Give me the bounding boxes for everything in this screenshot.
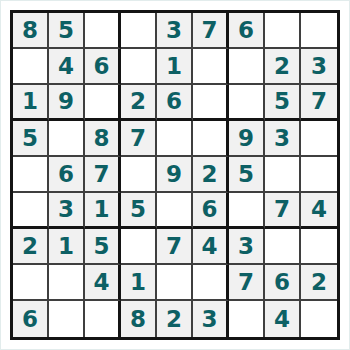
cell-r2c4[interactable] [121, 49, 157, 85]
cell-r9c6[interactable]: 3 [193, 301, 229, 337]
cell-r2c1[interactable] [13, 49, 49, 85]
cell-r4c7[interactable]: 9 [229, 121, 265, 157]
cell-r6c6[interactable]: 6 [193, 193, 229, 229]
cell-r4c6[interactable] [193, 121, 229, 157]
cell-r4c2[interactable] [49, 121, 85, 157]
cell-r9c9[interactable] [301, 301, 337, 337]
cell-r1c3[interactable] [85, 13, 121, 49]
cell-r7c2[interactable]: 1 [49, 229, 85, 265]
cell-r2c6[interactable] [193, 49, 229, 85]
cell-r5c6[interactable]: 2 [193, 157, 229, 193]
cell-r7c3[interactable]: 5 [85, 229, 121, 265]
cell-r9c4[interactable]: 8 [121, 301, 157, 337]
cell-r6c2[interactable]: 3 [49, 193, 85, 229]
cell-r8c2[interactable] [49, 265, 85, 301]
cell-r2c3[interactable]: 6 [85, 49, 121, 85]
cell-r9c1[interactable]: 6 [13, 301, 49, 337]
cell-r1c7[interactable]: 6 [229, 13, 265, 49]
cell-r8c9[interactable]: 2 [301, 265, 337, 301]
cell-r1c1[interactable]: 8 [13, 13, 49, 49]
cell-r6c4[interactable]: 5 [121, 193, 157, 229]
cell-r8c7[interactable]: 7 [229, 265, 265, 301]
cell-r8c5[interactable] [157, 265, 193, 301]
cell-r9c3[interactable] [85, 301, 121, 337]
cell-r2c8[interactable]: 2 [265, 49, 301, 85]
cell-r2c7[interactable] [229, 49, 265, 85]
cell-r2c9[interactable]: 3 [301, 49, 337, 85]
cell-r9c5[interactable]: 2 [157, 301, 193, 337]
cell-r4c9[interactable] [301, 121, 337, 157]
cell-r7c9[interactable] [301, 229, 337, 265]
cell-r2c2[interactable]: 4 [49, 49, 85, 85]
cell-r1c6[interactable]: 7 [193, 13, 229, 49]
cell-r3c8[interactable]: 5 [265, 85, 301, 121]
cell-r8c6[interactable] [193, 265, 229, 301]
cell-r9c7[interactable] [229, 301, 265, 337]
cell-r3c7[interactable] [229, 85, 265, 121]
cell-r7c4[interactable] [121, 229, 157, 265]
cell-r3c1[interactable]: 1 [13, 85, 49, 121]
cell-r6c1[interactable] [13, 193, 49, 229]
cell-r4c3[interactable]: 8 [85, 121, 121, 157]
cell-r1c5[interactable]: 3 [157, 13, 193, 49]
cell-r6c5[interactable] [157, 193, 193, 229]
page: 8537646123192657587936792531567421574341… [0, 0, 350, 350]
cell-r3c5[interactable]: 6 [157, 85, 193, 121]
cell-r6c7[interactable] [229, 193, 265, 229]
cell-r9c2[interactable] [49, 301, 85, 337]
cell-r3c9[interactable]: 7 [301, 85, 337, 121]
cell-r5c5[interactable]: 9 [157, 157, 193, 193]
cell-r5c7[interactable]: 5 [229, 157, 265, 193]
cell-r3c2[interactable]: 9 [49, 85, 85, 121]
cell-r7c5[interactable]: 7 [157, 229, 193, 265]
cell-r7c7[interactable]: 3 [229, 229, 265, 265]
cell-r3c4[interactable]: 2 [121, 85, 157, 121]
cell-r5c1[interactable] [13, 157, 49, 193]
cell-r7c8[interactable] [265, 229, 301, 265]
cell-r7c6[interactable]: 4 [193, 229, 229, 265]
cell-r4c4[interactable]: 7 [121, 121, 157, 157]
cell-r8c8[interactable]: 6 [265, 265, 301, 301]
cell-r3c3[interactable] [85, 85, 121, 121]
cell-r2c5[interactable]: 1 [157, 49, 193, 85]
cell-r1c4[interactable] [121, 13, 157, 49]
cell-r4c1[interactable]: 5 [13, 121, 49, 157]
cell-r4c8[interactable]: 3 [265, 121, 301, 157]
cell-r9c8[interactable]: 4 [265, 301, 301, 337]
cell-r5c4[interactable] [121, 157, 157, 193]
cell-r4c5[interactable] [157, 121, 193, 157]
cell-r1c2[interactable]: 5 [49, 13, 85, 49]
cell-r3c6[interactable] [193, 85, 229, 121]
cell-r5c9[interactable] [301, 157, 337, 193]
cell-r8c4[interactable]: 1 [121, 265, 157, 301]
cell-r7c1[interactable]: 2 [13, 229, 49, 265]
cell-r1c8[interactable] [265, 13, 301, 49]
cell-r5c3[interactable]: 7 [85, 157, 121, 193]
cell-r6c8[interactable]: 7 [265, 193, 301, 229]
cell-r6c3[interactable]: 1 [85, 193, 121, 229]
cell-r5c8[interactable] [265, 157, 301, 193]
cell-r8c1[interactable] [13, 265, 49, 301]
sudoku-board: 8537646123192657587936792531567421574341… [10, 10, 340, 340]
cell-r8c3[interactable]: 4 [85, 265, 121, 301]
cell-r5c2[interactable]: 6 [49, 157, 85, 193]
cell-r1c9[interactable] [301, 13, 337, 49]
cell-r6c9[interactable]: 4 [301, 193, 337, 229]
